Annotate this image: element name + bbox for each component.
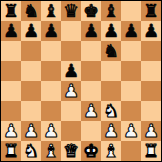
square-d7[interactable] bbox=[61, 21, 81, 41]
square-c6[interactable] bbox=[41, 41, 61, 61]
square-d2[interactable] bbox=[61, 121, 81, 141]
square-b5[interactable] bbox=[21, 61, 41, 81]
square-h1[interactable]: ♜ bbox=[141, 141, 161, 161]
square-f3[interactable]: ♞ bbox=[101, 101, 121, 121]
black-pawn[interactable]: ♟ bbox=[63, 61, 79, 81]
white-pawn[interactable]: ♟ bbox=[143, 121, 159, 141]
square-c8[interactable]: ♝ bbox=[41, 1, 61, 21]
square-b6[interactable] bbox=[21, 41, 41, 61]
black-pawn[interactable]: ♟ bbox=[3, 21, 19, 41]
black-pawn[interactable]: ♟ bbox=[143, 21, 159, 41]
square-b3[interactable] bbox=[21, 101, 41, 121]
black-rook[interactable]: ♜ bbox=[3, 1, 19, 21]
square-h4[interactable] bbox=[141, 81, 161, 101]
square-e7[interactable]: ♟ bbox=[81, 21, 101, 41]
white-pawn[interactable]: ♟ bbox=[3, 121, 19, 141]
square-b4[interactable] bbox=[21, 81, 41, 101]
square-g5[interactable] bbox=[121, 61, 141, 81]
white-bishop[interactable]: ♝ bbox=[103, 141, 119, 161]
square-b8[interactable]: ♞ bbox=[21, 1, 41, 21]
white-pawn[interactable]: ♟ bbox=[103, 121, 119, 141]
white-rook[interactable]: ♜ bbox=[143, 141, 159, 161]
square-d1[interactable]: ♛ bbox=[61, 141, 81, 161]
black-knight[interactable]: ♞ bbox=[103, 41, 119, 61]
square-c5[interactable] bbox=[41, 61, 61, 81]
square-f1[interactable]: ♝ bbox=[101, 141, 121, 161]
white-pawn[interactable]: ♟ bbox=[23, 121, 39, 141]
square-e5[interactable] bbox=[81, 61, 101, 81]
square-d5[interactable]: ♟ bbox=[61, 61, 81, 81]
white-king[interactable]: ♚ bbox=[83, 141, 99, 161]
square-a6[interactable] bbox=[1, 41, 21, 61]
white-pawn[interactable]: ♟ bbox=[83, 101, 99, 121]
square-g7[interactable]: ♟ bbox=[121, 21, 141, 41]
square-e6[interactable] bbox=[81, 41, 101, 61]
square-h8[interactable]: ♜ bbox=[141, 1, 161, 21]
black-rook[interactable]: ♜ bbox=[143, 1, 159, 21]
square-c3[interactable] bbox=[41, 101, 61, 121]
chess-board-frame: ♜♞♝♛♚♝♜♟♟♟♟♟♟♟♞♟♟♟♞♟♟♟♟♟♟♜♞♝♛♚♝♜ bbox=[0, 0, 162, 162]
square-f8[interactable]: ♝ bbox=[101, 1, 121, 21]
square-d6[interactable] bbox=[61, 41, 81, 61]
square-a4[interactable] bbox=[1, 81, 21, 101]
white-bishop[interactable]: ♝ bbox=[43, 141, 59, 161]
square-h7[interactable]: ♟ bbox=[141, 21, 161, 41]
square-e4[interactable] bbox=[81, 81, 101, 101]
square-g2[interactable]: ♟ bbox=[121, 121, 141, 141]
white-knight[interactable]: ♞ bbox=[103, 101, 119, 121]
white-knight[interactable]: ♞ bbox=[23, 141, 39, 161]
square-f4[interactable] bbox=[101, 81, 121, 101]
black-bishop[interactable]: ♝ bbox=[43, 1, 59, 21]
square-d3[interactable] bbox=[61, 101, 81, 121]
black-queen[interactable]: ♛ bbox=[63, 1, 79, 21]
square-a3[interactable] bbox=[1, 101, 21, 121]
square-f7[interactable]: ♟ bbox=[101, 21, 121, 41]
square-c1[interactable]: ♝ bbox=[41, 141, 61, 161]
black-pawn[interactable]: ♟ bbox=[83, 21, 99, 41]
white-queen[interactable]: ♛ bbox=[63, 141, 79, 161]
square-a8[interactable]: ♜ bbox=[1, 1, 21, 21]
square-e8[interactable]: ♚ bbox=[81, 1, 101, 21]
square-a2[interactable]: ♟ bbox=[1, 121, 21, 141]
black-pawn[interactable]: ♟ bbox=[43, 21, 59, 41]
square-d4[interactable]: ♟ bbox=[61, 81, 81, 101]
square-h2[interactable]: ♟ bbox=[141, 121, 161, 141]
square-b2[interactable]: ♟ bbox=[21, 121, 41, 141]
square-a5[interactable] bbox=[1, 61, 21, 81]
square-e1[interactable]: ♚ bbox=[81, 141, 101, 161]
square-c4[interactable] bbox=[41, 81, 61, 101]
square-f5[interactable] bbox=[101, 61, 121, 81]
white-pawn[interactable]: ♟ bbox=[63, 81, 79, 101]
square-g6[interactable] bbox=[121, 41, 141, 61]
black-pawn[interactable]: ♟ bbox=[103, 21, 119, 41]
square-g1[interactable] bbox=[121, 141, 141, 161]
square-h3[interactable] bbox=[141, 101, 161, 121]
square-a1[interactable]: ♜ bbox=[1, 141, 21, 161]
square-c7[interactable]: ♟ bbox=[41, 21, 61, 41]
square-e3[interactable]: ♟ bbox=[81, 101, 101, 121]
square-g3[interactable] bbox=[121, 101, 141, 121]
black-bishop[interactable]: ♝ bbox=[103, 1, 119, 21]
square-g4[interactable] bbox=[121, 81, 141, 101]
square-h6[interactable] bbox=[141, 41, 161, 61]
white-pawn[interactable]: ♟ bbox=[43, 121, 59, 141]
square-g8[interactable] bbox=[121, 1, 141, 21]
square-d8[interactable]: ♛ bbox=[61, 1, 81, 21]
white-rook[interactable]: ♜ bbox=[3, 141, 19, 161]
square-c2[interactable]: ♟ bbox=[41, 121, 61, 141]
black-pawn[interactable]: ♟ bbox=[23, 21, 39, 41]
square-f6[interactable]: ♞ bbox=[101, 41, 121, 61]
black-knight[interactable]: ♞ bbox=[23, 1, 39, 21]
white-pawn[interactable]: ♟ bbox=[123, 121, 139, 141]
black-pawn[interactable]: ♟ bbox=[123, 21, 139, 41]
chess-board: ♜♞♝♛♚♝♜♟♟♟♟♟♟♟♞♟♟♟♞♟♟♟♟♟♟♜♞♝♛♚♝♜ bbox=[1, 1, 161, 161]
black-king[interactable]: ♚ bbox=[83, 1, 99, 21]
square-e2[interactable] bbox=[81, 121, 101, 141]
square-b7[interactable]: ♟ bbox=[21, 21, 41, 41]
square-f2[interactable]: ♟ bbox=[101, 121, 121, 141]
square-b1[interactable]: ♞ bbox=[21, 141, 41, 161]
square-h5[interactable] bbox=[141, 61, 161, 81]
square-a7[interactable]: ♟ bbox=[1, 21, 21, 41]
